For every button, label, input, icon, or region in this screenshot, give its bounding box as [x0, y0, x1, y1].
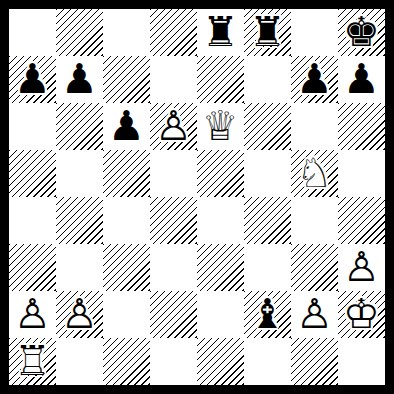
square-b7[interactable]: ♟♟ — [56, 56, 103, 103]
square-d4[interactable] — [150, 197, 197, 244]
square-e5[interactable] — [197, 150, 244, 197]
square-f8[interactable]: ♜♜ — [244, 9, 291, 56]
square-f6[interactable] — [244, 103, 291, 150]
piece-glyph: ♕ — [197, 103, 244, 150]
square-b5[interactable] — [56, 150, 103, 197]
black-pawn-icon: ♟♟ — [338, 56, 385, 103]
piece-glyph: ♙ — [338, 244, 385, 291]
square-h5[interactable] — [338, 150, 385, 197]
square-e3[interactable] — [197, 244, 244, 291]
square-e2[interactable] — [197, 291, 244, 338]
square-f4[interactable] — [244, 197, 291, 244]
square-a7[interactable]: ♟♟ — [9, 56, 56, 103]
square-f5[interactable] — [244, 150, 291, 197]
square-d5[interactable] — [150, 150, 197, 197]
square-e4[interactable] — [197, 197, 244, 244]
square-g3[interactable] — [291, 244, 338, 291]
square-b3[interactable] — [56, 244, 103, 291]
chess-board: ♜♜♜♜♚♚♟♟♟♟♟♟♟♟♟♟♟♙♛♕♞♘♟♙♟♙♟♙♝♝♟♙♚♔♜♖ — [9, 9, 385, 385]
piece-glyph: ♜ — [244, 9, 291, 56]
square-f2[interactable]: ♝♝ — [244, 291, 291, 338]
square-h6[interactable] — [338, 103, 385, 150]
square-c8[interactable] — [103, 9, 150, 56]
square-b1[interactable] — [56, 338, 103, 385]
black-rook-icon: ♜♜ — [244, 9, 291, 56]
piece-glyph: ♟ — [338, 56, 385, 103]
square-h2[interactable]: ♚♔ — [338, 291, 385, 338]
square-b4[interactable] — [56, 197, 103, 244]
black-pawn-icon: ♟♟ — [9, 56, 56, 103]
square-g5[interactable]: ♞♘ — [291, 150, 338, 197]
piece-glyph: ♙ — [291, 291, 338, 338]
square-d6[interactable]: ♟♙ — [150, 103, 197, 150]
square-e8[interactable]: ♜♜ — [197, 9, 244, 56]
square-b2[interactable]: ♟♙ — [56, 291, 103, 338]
square-d2[interactable] — [150, 291, 197, 338]
white-pawn-icon: ♟♙ — [338, 244, 385, 291]
piece-glyph: ♟ — [56, 56, 103, 103]
square-a8[interactable] — [9, 9, 56, 56]
square-a1[interactable]: ♜♖ — [9, 338, 56, 385]
square-f1[interactable] — [244, 338, 291, 385]
square-a4[interactable] — [9, 197, 56, 244]
square-c2[interactable] — [103, 291, 150, 338]
black-king-icon: ♚♚ — [338, 9, 385, 56]
square-c1[interactable] — [103, 338, 150, 385]
piece-glyph: ♟ — [103, 103, 150, 150]
square-c7[interactable] — [103, 56, 150, 103]
square-c3[interactable] — [103, 244, 150, 291]
white-queen-icon: ♛♕ — [197, 103, 244, 150]
square-a6[interactable] — [9, 103, 56, 150]
piece-glyph: ♔ — [338, 291, 385, 338]
piece-glyph: ♚ — [338, 9, 385, 56]
square-h1[interactable] — [338, 338, 385, 385]
square-a2[interactable]: ♟♙ — [9, 291, 56, 338]
black-pawn-icon: ♟♟ — [103, 103, 150, 150]
square-b8[interactable] — [56, 9, 103, 56]
square-g6[interactable] — [291, 103, 338, 150]
board-border: ♜♜♜♜♚♚♟♟♟♟♟♟♟♟♟♟♟♙♛♕♞♘♟♙♟♙♟♙♝♝♟♙♚♔♜♖ — [0, 0, 394, 394]
white-pawn-icon: ♟♙ — [291, 291, 338, 338]
black-pawn-icon: ♟♟ — [291, 56, 338, 103]
square-d7[interactable] — [150, 56, 197, 103]
square-e7[interactable] — [197, 56, 244, 103]
square-g8[interactable] — [291, 9, 338, 56]
white-knight-icon: ♞♘ — [291, 150, 338, 197]
black-pawn-icon: ♟♟ — [56, 56, 103, 103]
square-f3[interactable] — [244, 244, 291, 291]
piece-glyph: ♙ — [150, 103, 197, 150]
piece-glyph: ♙ — [56, 291, 103, 338]
square-g1[interactable] — [291, 338, 338, 385]
white-pawn-icon: ♟♙ — [150, 103, 197, 150]
square-c5[interactable] — [103, 150, 150, 197]
square-g7[interactable]: ♟♟ — [291, 56, 338, 103]
white-pawn-icon: ♟♙ — [9, 291, 56, 338]
piece-glyph: ♟ — [291, 56, 338, 103]
white-pawn-icon: ♟♙ — [56, 291, 103, 338]
white-king-icon: ♚♔ — [338, 291, 385, 338]
square-c6[interactable]: ♟♟ — [103, 103, 150, 150]
piece-glyph: ♙ — [9, 291, 56, 338]
square-e6[interactable]: ♛♕ — [197, 103, 244, 150]
square-b6[interactable] — [56, 103, 103, 150]
square-d1[interactable] — [150, 338, 197, 385]
white-rook-icon: ♜♖ — [9, 338, 56, 385]
square-h8[interactable]: ♚♚ — [338, 9, 385, 56]
square-f7[interactable] — [244, 56, 291, 103]
square-d3[interactable] — [150, 244, 197, 291]
piece-glyph: ♜ — [197, 9, 244, 56]
square-g2[interactable]: ♟♙ — [291, 291, 338, 338]
piece-glyph: ♖ — [9, 338, 56, 385]
piece-glyph: ♝ — [244, 291, 291, 338]
black-rook-icon: ♜♜ — [197, 9, 244, 56]
square-h7[interactable]: ♟♟ — [338, 56, 385, 103]
black-bishop-icon: ♝♝ — [244, 291, 291, 338]
square-a3[interactable] — [9, 244, 56, 291]
square-g4[interactable] — [291, 197, 338, 244]
piece-glyph: ♟ — [9, 56, 56, 103]
square-h4[interactable] — [338, 197, 385, 244]
square-a5[interactable] — [9, 150, 56, 197]
square-e1[interactable] — [197, 338, 244, 385]
square-d8[interactable] — [150, 9, 197, 56]
square-h3[interactable]: ♟♙ — [338, 244, 385, 291]
piece-glyph: ♘ — [291, 150, 338, 197]
square-c4[interactable] — [103, 197, 150, 244]
